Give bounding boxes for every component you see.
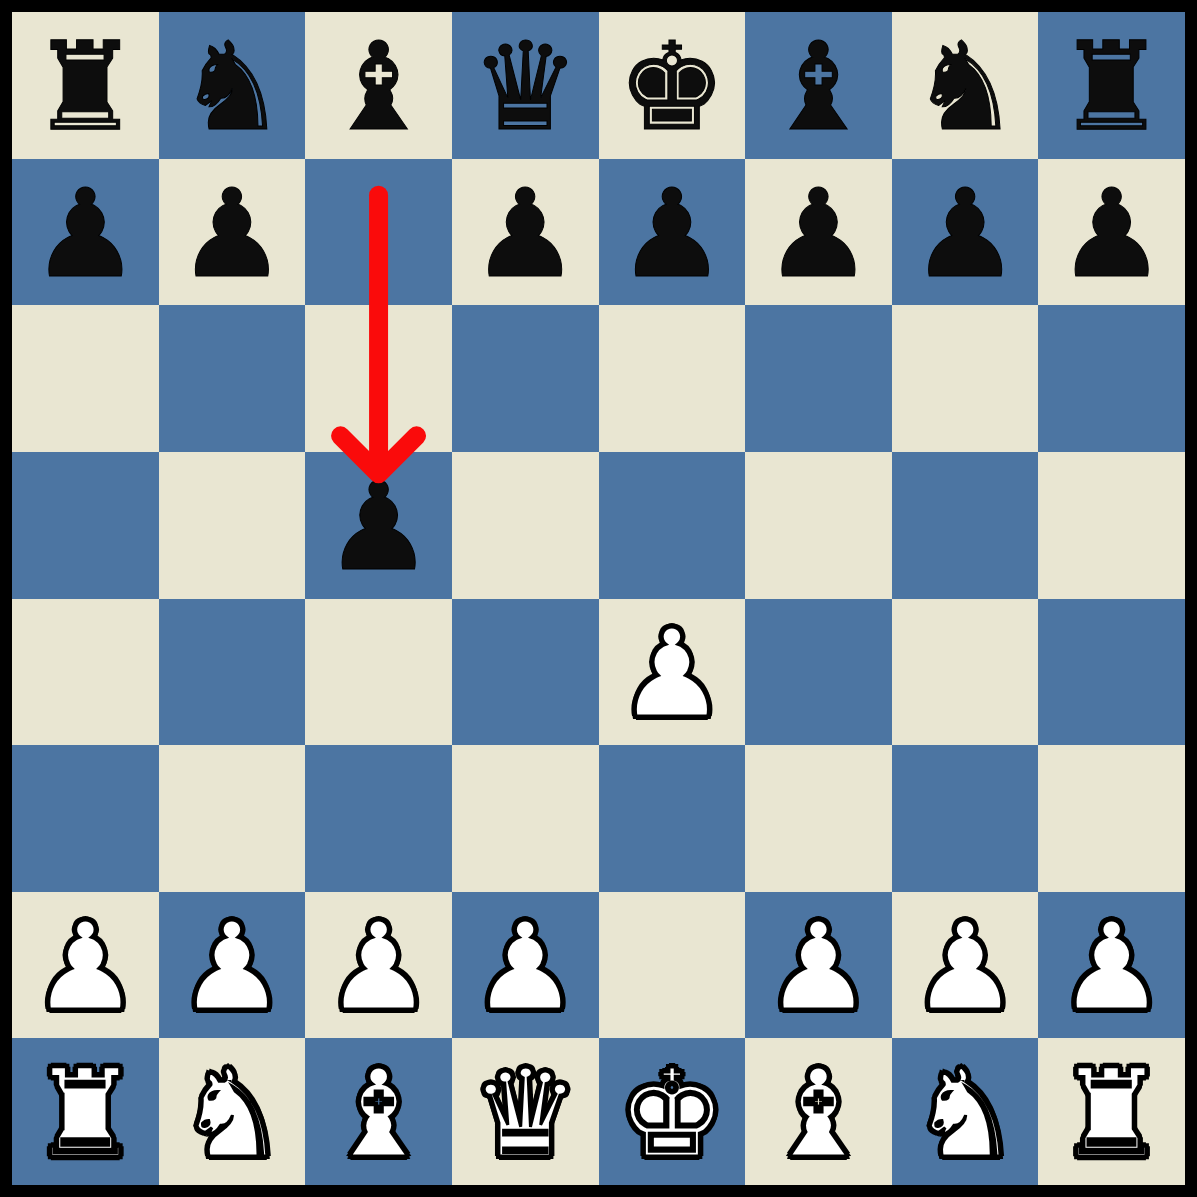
square-e3[interactable] <box>599 745 746 892</box>
square-c5[interactable]: ♟ <box>305 452 452 599</box>
square-f3[interactable] <box>745 745 892 892</box>
white-pawn: ♟ <box>31 906 140 1028</box>
square-h1[interactable]: ♜ <box>1038 1038 1185 1185</box>
white-pawn: ♟ <box>617 613 726 735</box>
square-d6[interactable] <box>452 305 599 452</box>
square-g3[interactable] <box>892 745 1039 892</box>
black-pawn: ♟ <box>764 173 873 295</box>
square-e5[interactable] <box>599 452 746 599</box>
black-pawn: ♟ <box>177 173 286 295</box>
black-pawn: ♟ <box>1057 173 1166 295</box>
square-c4[interactable] <box>305 599 452 746</box>
square-a7[interactable]: ♟ <box>12 159 159 306</box>
square-e1[interactable]: ♚ <box>599 1038 746 1185</box>
square-d5[interactable] <box>452 452 599 599</box>
square-e6[interactable] <box>599 305 746 452</box>
black-knight: ♞ <box>910 26 1019 148</box>
white-queen: ♛ <box>471 1053 580 1175</box>
square-e7[interactable]: ♟ <box>599 159 746 306</box>
square-a6[interactable] <box>12 305 159 452</box>
square-b1[interactable]: ♞ <box>159 1038 306 1185</box>
square-b4[interactable] <box>159 599 306 746</box>
square-f6[interactable] <box>745 305 892 452</box>
square-e2[interactable] <box>599 892 746 1039</box>
square-b2[interactable]: ♟ <box>159 892 306 1039</box>
square-h3[interactable] <box>1038 745 1185 892</box>
square-d2[interactable]: ♟ <box>452 892 599 1039</box>
square-b8[interactable]: ♞ <box>159 12 306 159</box>
square-a2[interactable]: ♟ <box>12 892 159 1039</box>
square-d3[interactable] <box>452 745 599 892</box>
square-h2[interactable]: ♟ <box>1038 892 1185 1039</box>
black-pawn: ♟ <box>910 173 1019 295</box>
square-d1[interactable]: ♛ <box>452 1038 599 1185</box>
square-h4[interactable] <box>1038 599 1185 746</box>
square-d4[interactable] <box>452 599 599 746</box>
square-c3[interactable] <box>305 745 452 892</box>
square-h6[interactable] <box>1038 305 1185 452</box>
square-e8[interactable]: ♚ <box>599 12 746 159</box>
white-rook: ♜ <box>31 1053 140 1175</box>
black-pawn: ♟ <box>31 173 140 295</box>
square-f5[interactable] <box>745 452 892 599</box>
white-pawn: ♟ <box>764 906 873 1028</box>
black-rook: ♜ <box>1057 26 1166 148</box>
white-pawn: ♟ <box>324 906 433 1028</box>
white-pawn: ♟ <box>910 906 1019 1028</box>
square-g5[interactable] <box>892 452 1039 599</box>
square-g7[interactable]: ♟ <box>892 159 1039 306</box>
black-pawn: ♟ <box>471 173 580 295</box>
square-f4[interactable] <box>745 599 892 746</box>
black-rook: ♜ <box>31 26 140 148</box>
black-pawn: ♟ <box>617 173 726 295</box>
square-g8[interactable]: ♞ <box>892 12 1039 159</box>
chess-board-frame: ♜♞♝♛♚♝♞♜♟♟♟♟♟♟♟♟♟♟♟♟♟♟♟♟♜♞♝♛♚♝♞♜ <box>0 0 1197 1197</box>
white-knight: ♞ <box>910 1053 1019 1175</box>
black-bishop: ♝ <box>764 26 873 148</box>
white-pawn: ♟ <box>1057 906 1166 1028</box>
white-rook: ♜ <box>1057 1053 1166 1175</box>
white-bishop: ♝ <box>764 1053 873 1175</box>
square-b3[interactable] <box>159 745 306 892</box>
square-c8[interactable]: ♝ <box>305 12 452 159</box>
white-bishop: ♝ <box>324 1053 433 1175</box>
black-king: ♚ <box>617 26 726 148</box>
square-g4[interactable] <box>892 599 1039 746</box>
square-h7[interactable]: ♟ <box>1038 159 1185 306</box>
black-queen: ♛ <box>471 26 580 148</box>
square-c2[interactable]: ♟ <box>305 892 452 1039</box>
white-knight: ♞ <box>177 1053 286 1175</box>
square-e4[interactable]: ♟ <box>599 599 746 746</box>
square-a5[interactable] <box>12 452 159 599</box>
square-d8[interactable]: ♛ <box>452 12 599 159</box>
square-a8[interactable]: ♜ <box>12 12 159 159</box>
square-f1[interactable]: ♝ <box>745 1038 892 1185</box>
black-pawn: ♟ <box>324 466 433 588</box>
square-c1[interactable]: ♝ <box>305 1038 452 1185</box>
square-a4[interactable] <box>12 599 159 746</box>
square-h5[interactable] <box>1038 452 1185 599</box>
white-pawn: ♟ <box>471 906 580 1028</box>
square-a3[interactable] <box>12 745 159 892</box>
white-king: ♚ <box>617 1053 726 1175</box>
square-g6[interactable] <box>892 305 1039 452</box>
square-c6[interactable] <box>305 305 452 452</box>
square-f7[interactable]: ♟ <box>745 159 892 306</box>
square-b5[interactable] <box>159 452 306 599</box>
square-f8[interactable]: ♝ <box>745 12 892 159</box>
chess-board: ♜♞♝♛♚♝♞♜♟♟♟♟♟♟♟♟♟♟♟♟♟♟♟♟♜♞♝♛♚♝♞♜ <box>12 12 1185 1185</box>
square-c7[interactable] <box>305 159 452 306</box>
square-f2[interactable]: ♟ <box>745 892 892 1039</box>
square-b7[interactable]: ♟ <box>159 159 306 306</box>
white-pawn: ♟ <box>177 906 286 1028</box>
square-b6[interactable] <box>159 305 306 452</box>
square-h8[interactable]: ♜ <box>1038 12 1185 159</box>
square-a1[interactable]: ♜ <box>12 1038 159 1185</box>
square-g2[interactable]: ♟ <box>892 892 1039 1039</box>
black-bishop: ♝ <box>324 26 433 148</box>
black-knight: ♞ <box>177 26 286 148</box>
square-d7[interactable]: ♟ <box>452 159 599 306</box>
square-g1[interactable]: ♞ <box>892 1038 1039 1185</box>
